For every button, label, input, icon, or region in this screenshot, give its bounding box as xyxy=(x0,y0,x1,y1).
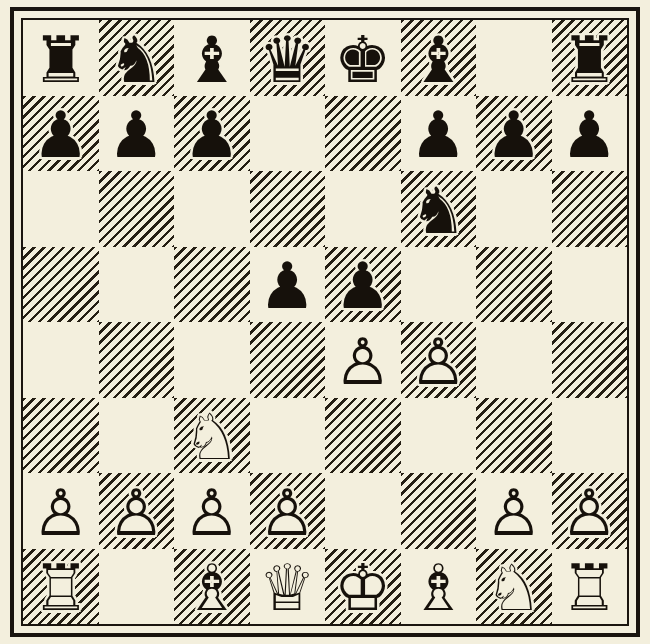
white-pawn-glyph: ♙ xyxy=(32,481,89,545)
square-d6 xyxy=(250,171,326,247)
square-h4 xyxy=(552,322,628,398)
white-rook-glyph: ♖ xyxy=(561,556,618,620)
square-g6 xyxy=(476,171,552,247)
black-pawn-glyph: ♟ xyxy=(334,254,391,318)
square-a7: ♟♟ xyxy=(23,96,99,172)
black-pawn: ♟♟ xyxy=(552,96,628,172)
black-pawn-glyph: ♟ xyxy=(259,254,316,318)
black-bishop-glyph: ♝ xyxy=(183,28,240,92)
white-knight: ♞♘ xyxy=(476,549,552,625)
square-b4 xyxy=(99,322,175,398)
white-queen: ♛♕ xyxy=(250,549,326,625)
black-king-glyph: ♚ xyxy=(334,28,391,92)
white-pawn-glyph: ♙ xyxy=(410,330,467,394)
black-pawn: ♟♟ xyxy=(99,96,175,172)
square-b7: ♟♟ xyxy=(99,96,175,172)
black-rook: ♜♜ xyxy=(552,20,628,96)
square-b5 xyxy=(99,247,175,323)
black-knight: ♞♞ xyxy=(99,20,175,96)
board-frame-inner: ♜♜♞♞♝♝♛♛♚♚♝♝♜♜♟♟♟♟♟♟♟♟♟♟♟♟♞♞♟♟♟♟♟♙♟♙♞♘♟♙… xyxy=(21,18,629,626)
square-c6 xyxy=(174,171,250,247)
square-c4 xyxy=(174,322,250,398)
black-rook-glyph: ♜ xyxy=(32,28,89,92)
square-a4 xyxy=(23,322,99,398)
white-pawn: ♟♙ xyxy=(174,473,250,549)
square-g2: ♟♙ xyxy=(476,473,552,549)
square-h2: ♟♙ xyxy=(552,473,628,549)
black-rook-glyph: ♜ xyxy=(561,28,618,92)
square-e1: ♚♔ xyxy=(325,549,401,625)
square-d8: ♛♛ xyxy=(250,20,326,96)
square-e8: ♚♚ xyxy=(325,20,401,96)
square-h1: ♜♖ xyxy=(552,549,628,625)
square-h3 xyxy=(552,398,628,474)
square-c8: ♝♝ xyxy=(174,20,250,96)
white-rook-glyph: ♖ xyxy=(32,556,89,620)
black-knight-glyph: ♞ xyxy=(108,28,165,92)
white-rook: ♜♖ xyxy=(23,549,99,625)
square-d4 xyxy=(250,322,326,398)
white-pawn: ♟♙ xyxy=(99,473,175,549)
black-pawn-glyph: ♟ xyxy=(108,103,165,167)
square-e5: ♟♟ xyxy=(325,247,401,323)
square-f4: ♟♙ xyxy=(401,322,477,398)
black-knight: ♞♞ xyxy=(401,171,477,247)
white-bishop: ♝♗ xyxy=(401,549,477,625)
black-pawn: ♟♟ xyxy=(23,96,99,172)
white-pawn: ♟♙ xyxy=(401,322,477,398)
square-f7: ♟♟ xyxy=(401,96,477,172)
square-c7: ♟♟ xyxy=(174,96,250,172)
square-c3: ♞♘ xyxy=(174,398,250,474)
square-e3 xyxy=(325,398,401,474)
black-pawn: ♟♟ xyxy=(174,96,250,172)
black-pawn: ♟♟ xyxy=(476,96,552,172)
white-pawn: ♟♙ xyxy=(476,473,552,549)
white-king-glyph: ♔ xyxy=(334,556,391,620)
white-pawn-glyph: ♙ xyxy=(259,481,316,545)
square-g1: ♞♘ xyxy=(476,549,552,625)
square-e7 xyxy=(325,96,401,172)
black-rook: ♜♜ xyxy=(23,20,99,96)
black-bishop: ♝♝ xyxy=(174,20,250,96)
square-d5: ♟♟ xyxy=(250,247,326,323)
black-pawn-glyph: ♟ xyxy=(561,103,618,167)
white-bishop-glyph: ♗ xyxy=(183,556,240,620)
square-c2: ♟♙ xyxy=(174,473,250,549)
white-rook: ♜♖ xyxy=(552,549,628,625)
square-a2: ♟♙ xyxy=(23,473,99,549)
white-pawn: ♟♙ xyxy=(325,322,401,398)
black-bishop: ♝♝ xyxy=(401,20,477,96)
square-f5 xyxy=(401,247,477,323)
white-pawn-glyph: ♙ xyxy=(485,481,542,545)
square-d7 xyxy=(250,96,326,172)
square-g7: ♟♟ xyxy=(476,96,552,172)
black-pawn-glyph: ♟ xyxy=(32,103,89,167)
square-a5 xyxy=(23,247,99,323)
white-pawn-glyph: ♙ xyxy=(561,481,618,545)
black-pawn: ♟♟ xyxy=(325,247,401,323)
square-g3 xyxy=(476,398,552,474)
black-pawn-glyph: ♟ xyxy=(183,103,240,167)
square-f6: ♞♞ xyxy=(401,171,477,247)
white-knight: ♞♘ xyxy=(174,398,250,474)
white-king: ♚♔ xyxy=(325,549,401,625)
white-knight-glyph: ♘ xyxy=(485,556,542,620)
white-queen-glyph: ♕ xyxy=(259,556,316,620)
black-queen: ♛♛ xyxy=(250,20,326,96)
square-h7: ♟♟ xyxy=(552,96,628,172)
black-bishop-glyph: ♝ xyxy=(410,28,467,92)
page: { "game": "chess", "position": { "fen": … xyxy=(0,0,650,644)
black-pawn-glyph: ♟ xyxy=(410,103,467,167)
square-g5 xyxy=(476,247,552,323)
square-f3 xyxy=(401,398,477,474)
square-b6 xyxy=(99,171,175,247)
square-a1: ♜♖ xyxy=(23,549,99,625)
white-bishop: ♝♗ xyxy=(174,549,250,625)
square-d1: ♛♕ xyxy=(250,549,326,625)
white-pawn-glyph: ♙ xyxy=(183,481,240,545)
square-g4 xyxy=(476,322,552,398)
square-a6 xyxy=(23,171,99,247)
black-pawn-glyph: ♟ xyxy=(485,103,542,167)
black-king: ♚♚ xyxy=(325,20,401,96)
square-d3 xyxy=(250,398,326,474)
square-f1: ♝♗ xyxy=(401,549,477,625)
square-b2: ♟♙ xyxy=(99,473,175,549)
white-bishop-glyph: ♗ xyxy=(410,556,467,620)
square-a3 xyxy=(23,398,99,474)
white-pawn: ♟♙ xyxy=(552,473,628,549)
square-b8: ♞♞ xyxy=(99,20,175,96)
square-f8: ♝♝ xyxy=(401,20,477,96)
white-knight-glyph: ♘ xyxy=(183,405,240,469)
square-c1: ♝♗ xyxy=(174,549,250,625)
square-e6 xyxy=(325,171,401,247)
square-h6 xyxy=(552,171,628,247)
square-a8: ♜♜ xyxy=(23,20,99,96)
black-pawn: ♟♟ xyxy=(250,247,326,323)
black-queen-glyph: ♛ xyxy=(259,28,316,92)
square-c5 xyxy=(174,247,250,323)
white-pawn-glyph: ♙ xyxy=(334,330,391,394)
black-pawn: ♟♟ xyxy=(401,96,477,172)
square-h5 xyxy=(552,247,628,323)
square-e2 xyxy=(325,473,401,549)
chess-board: ♜♜♞♞♝♝♛♛♚♚♝♝♜♜♟♟♟♟♟♟♟♟♟♟♟♟♞♞♟♟♟♟♟♙♟♙♞♘♟♙… xyxy=(23,20,627,624)
square-b3 xyxy=(99,398,175,474)
white-pawn: ♟♙ xyxy=(250,473,326,549)
white-pawn: ♟♙ xyxy=(23,473,99,549)
square-d2: ♟♙ xyxy=(250,473,326,549)
board-frame-outer: ♜♜♞♞♝♝♛♛♚♚♝♝♜♜♟♟♟♟♟♟♟♟♟♟♟♟♞♞♟♟♟♟♟♙♟♙♞♘♟♙… xyxy=(10,7,640,637)
white-pawn-glyph: ♙ xyxy=(108,481,165,545)
black-knight-glyph: ♞ xyxy=(410,179,467,243)
square-e4: ♟♙ xyxy=(325,322,401,398)
square-f2 xyxy=(401,473,477,549)
square-b1 xyxy=(99,549,175,625)
square-g8 xyxy=(476,20,552,96)
square-h8: ♜♜ xyxy=(552,20,628,96)
